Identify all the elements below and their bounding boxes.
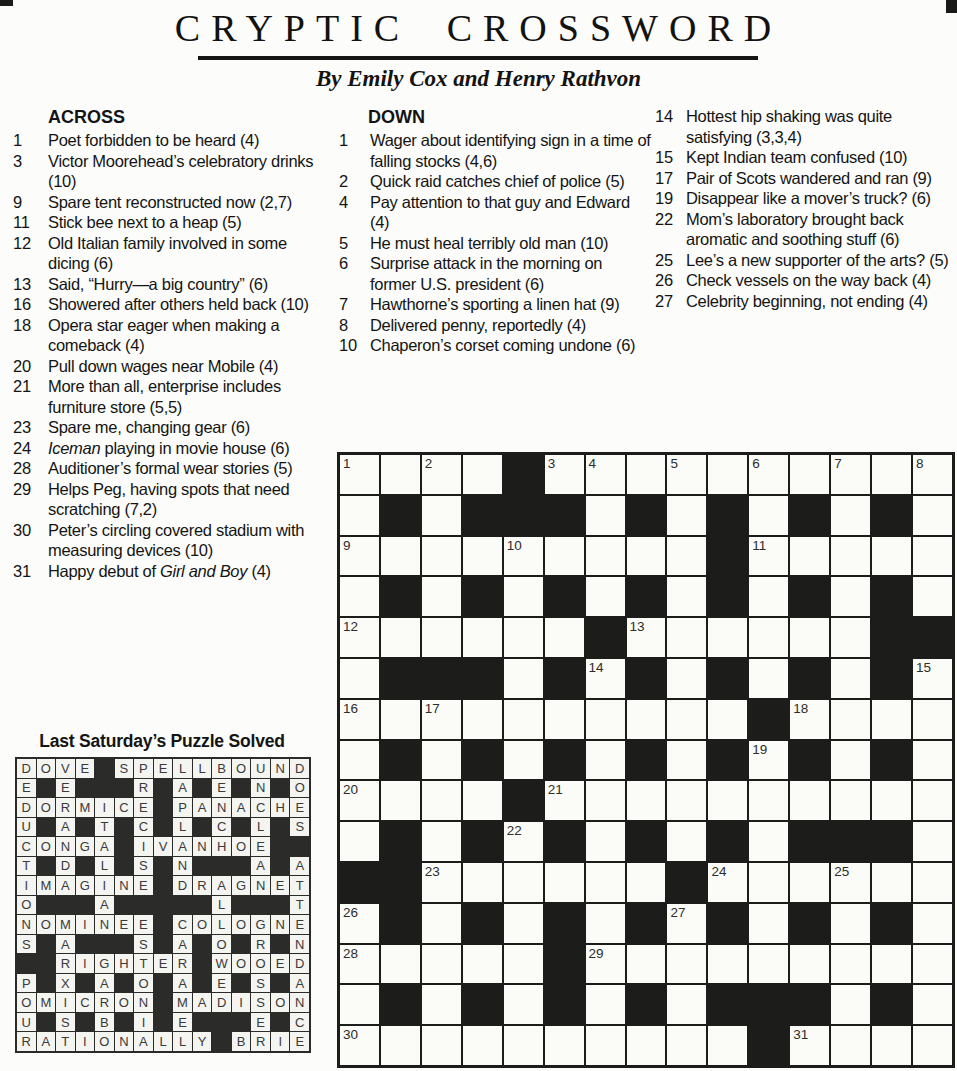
solved-block-cell <box>154 915 173 934</box>
cell-r11c6[interactable] <box>545 863 584 902</box>
cell-number-8: 8 <box>916 456 924 471</box>
solved-block-cell <box>271 857 290 876</box>
clue-text: Happy debut of Girl and Boy (4) <box>48 561 324 582</box>
solved-block-cell <box>115 837 134 856</box>
cell-r2c13[interactable] <box>831 496 870 535</box>
clue-text: Showered after others held back (10) <box>48 294 324 315</box>
solved-letter-cell: W <box>212 954 231 973</box>
clue-16: 16Showered after others held back (10) <box>8 294 324 315</box>
solved-block-cell <box>37 857 56 876</box>
solved-letter-cell: I <box>232 993 251 1012</box>
cell-r9c6[interactable]: 21 <box>545 781 584 820</box>
solved-letter-cell: A <box>134 1032 153 1051</box>
solved-letter-cell: I <box>95 798 114 817</box>
cell-r15c2[interactable] <box>381 1026 420 1065</box>
solved-block-cell <box>95 935 114 954</box>
solved-letter-cell: E <box>56 779 75 798</box>
solved-block-cell <box>271 779 290 798</box>
cell-r15c9[interactable] <box>667 1026 706 1065</box>
cell-r13c3[interactable] <box>422 945 461 984</box>
clue-number: 2 <box>335 171 370 192</box>
solved-block-cell <box>95 759 114 778</box>
block-cell <box>545 904 584 943</box>
clue-4: 4Pay attention to that guy and Edward (4… <box>335 192 651 233</box>
cell-r15c8[interactable] <box>627 1026 666 1065</box>
cell-r15c12[interactable]: 31 <box>790 1026 829 1065</box>
cell-r14c5[interactable] <box>504 985 543 1024</box>
cell-r3c1[interactable]: 9 <box>340 537 379 576</box>
cell-r2c15[interactable] <box>913 496 952 535</box>
clue-1: 1Poet forbidden to be heard (4) <box>8 130 324 151</box>
cell-r1c1[interactable]: 1 <box>340 455 379 494</box>
block-cell <box>708 985 747 1024</box>
block-cell <box>708 822 747 861</box>
cell-r6c1[interactable] <box>340 659 379 698</box>
clue-9: 9Spare tent reconstructed now (2,7) <box>8 192 324 213</box>
solved-block-cell <box>193 1013 212 1032</box>
solved-letter-cell: E <box>290 798 309 817</box>
cell-r4c9[interactable] <box>667 577 706 616</box>
cell-r5c12[interactable] <box>790 618 829 657</box>
clue-text: He must heal terribly old man (10) <box>370 233 651 254</box>
solved-letter-cell: O <box>37 837 56 856</box>
block-cell <box>463 741 502 780</box>
clue-text: Delivered penny, reportedly (4) <box>370 315 651 336</box>
cell-r9c14[interactable] <box>872 781 911 820</box>
cell-r7c7[interactable] <box>586 700 625 739</box>
solved-block-cell <box>154 798 173 817</box>
solved-letter-cell: N <box>17 915 36 934</box>
cell-r11c12[interactable] <box>790 863 829 902</box>
cell-number-23: 23 <box>425 864 440 879</box>
cell-r12c7[interactable] <box>586 904 625 943</box>
solved-letter-cell: O <box>251 954 270 973</box>
solved-block-cell <box>115 857 134 876</box>
cell-r13c5[interactable] <box>504 945 543 984</box>
solved-block-cell <box>212 1013 231 1032</box>
cell-r13c2[interactable] <box>381 945 420 984</box>
cell-r11c8[interactable] <box>627 863 666 902</box>
clue-text: Helps Peg, having spots that need scratc… <box>48 479 324 520</box>
solved-letter-cell: S <box>134 935 153 954</box>
cell-r3c3[interactable] <box>422 537 461 576</box>
cell-r3c12[interactable] <box>790 537 829 576</box>
cell-r1c12[interactable] <box>790 455 829 494</box>
cell-r15c1[interactable]: 30 <box>340 1026 379 1065</box>
cell-r2c7[interactable] <box>586 496 625 535</box>
cell-r11c7[interactable] <box>586 863 625 902</box>
cell-r4c7[interactable] <box>586 577 625 616</box>
solved-letter-cell: E <box>251 1013 270 1032</box>
cell-r14c7[interactable] <box>586 985 625 1024</box>
cell-r1c15[interactable]: 8 <box>913 455 952 494</box>
block-cell <box>545 985 584 1024</box>
cell-r2c1[interactable] <box>340 496 379 535</box>
across-clues-column: ACROSS 1Poet forbidden to be heard (4)3V… <box>8 106 324 581</box>
clue-number: 3 <box>8 151 48 192</box>
cell-r9c4[interactable] <box>463 781 502 820</box>
block-cell <box>463 496 502 535</box>
clue-text: Hottest hip shaking was quite satisfying… <box>686 106 955 147</box>
block-cell <box>504 781 543 820</box>
down-clues-column-1: DOWN 1Wager about identifying sign in a … <box>335 106 651 356</box>
cell-number-6: 6 <box>752 456 760 471</box>
solved-letter-cell: D <box>212 993 231 1012</box>
clue-5: 5He must heal terribly old man (10) <box>335 233 651 254</box>
block-cell <box>708 741 747 780</box>
solved-letter-cell: A <box>212 876 231 895</box>
solved-letter-cell: M <box>37 876 56 895</box>
cell-r14c1[interactable] <box>340 985 379 1024</box>
cell-r12c1[interactable]: 26 <box>340 904 379 943</box>
cell-r13c8[interactable] <box>627 945 666 984</box>
solved-letter-cell: A <box>95 974 114 993</box>
cell-r14c15[interactable] <box>913 985 952 1024</box>
cell-r10c3[interactable] <box>422 822 461 861</box>
cell-r15c7[interactable] <box>586 1026 625 1065</box>
cell-r4c15[interactable] <box>913 577 952 616</box>
solved-block-cell <box>37 818 56 837</box>
solved-letter-cell: N <box>56 837 75 856</box>
cell-r14c9[interactable] <box>667 985 706 1024</box>
solved-letter-cell: L <box>173 1032 192 1051</box>
solved-letter-cell: S <box>251 974 270 993</box>
solved-letter-cell: C <box>76 993 95 1012</box>
cell-r4c5[interactable] <box>504 577 543 616</box>
solved-block-cell <box>76 974 95 993</box>
solved-block-cell <box>193 896 212 915</box>
solved-letter-cell: V <box>56 759 75 778</box>
cell-r8c1[interactable] <box>340 741 379 780</box>
block-cell <box>708 577 747 616</box>
clue-number: 31 <box>8 561 48 582</box>
cell-r7c1[interactable]: 16 <box>340 700 379 739</box>
cell-number-12: 12 <box>343 619 358 634</box>
cell-r13c12[interactable] <box>790 945 829 984</box>
cell-r9c12[interactable] <box>790 781 829 820</box>
cell-r3c9[interactable] <box>667 537 706 576</box>
cell-r11c11[interactable] <box>749 863 788 902</box>
cell-r2c11[interactable] <box>749 496 788 535</box>
cell-r7c9[interactable] <box>667 700 706 739</box>
solved-letter-cell: I <box>271 1032 290 1051</box>
cell-r8c9[interactable] <box>667 741 706 780</box>
block-cell <box>749 985 788 1024</box>
cell-r15c13[interactable] <box>831 1026 870 1065</box>
cell-r3c6[interactable] <box>545 537 584 576</box>
clue-31: 31Happy debut of Girl and Boy (4) <box>8 561 324 582</box>
cell-r6c9[interactable] <box>667 659 706 698</box>
cell-r3c15[interactable] <box>913 537 952 576</box>
cell-r15c10[interactable] <box>708 1026 747 1065</box>
solved-letter-cell: G <box>251 915 270 934</box>
cell-r9c7[interactable] <box>586 781 625 820</box>
cell-r6c5[interactable] <box>504 659 543 698</box>
clue-text: Poet forbidden to be heard (4) <box>48 130 324 151</box>
cell-r5c5[interactable] <box>504 618 543 657</box>
solved-block-cell <box>56 896 75 915</box>
cell-r9c9[interactable] <box>667 781 706 820</box>
solved-letter-cell: T <box>134 954 153 973</box>
cell-r1c3[interactable]: 2 <box>422 455 461 494</box>
cell-r8c3[interactable] <box>422 741 461 780</box>
block-cell <box>790 822 829 861</box>
cell-r5c8[interactable]: 13 <box>627 618 666 657</box>
cell-r12c11[interactable] <box>749 904 788 943</box>
cell-r13c15[interactable] <box>913 945 952 984</box>
cell-r10c11[interactable] <box>749 822 788 861</box>
cell-r5c4[interactable] <box>463 618 502 657</box>
cell-r6c7[interactable]: 14 <box>586 659 625 698</box>
solved-letter-cell: E <box>134 876 153 895</box>
cell-r4c1[interactable] <box>340 577 379 616</box>
block-cell <box>627 904 666 943</box>
cell-r3c2[interactable] <box>381 537 420 576</box>
cell-r11c4[interactable] <box>463 863 502 902</box>
cell-r9c8[interactable] <box>627 781 666 820</box>
cell-r5c10[interactable] <box>708 618 747 657</box>
cell-r11c15[interactable] <box>913 863 952 902</box>
cell-r6c13[interactable] <box>831 659 870 698</box>
solved-block-cell <box>193 818 212 837</box>
clue-7: 7Hawthorne’s sporting a linen hat (9) <box>335 294 651 315</box>
across-heading: ACROSS <box>48 106 324 128</box>
clue-number: 19 <box>653 188 686 209</box>
cell-r1c10[interactable] <box>708 455 747 494</box>
block-cell <box>872 659 911 698</box>
cell-number-15: 15 <box>916 660 931 675</box>
cell-r9c3[interactable] <box>422 781 461 820</box>
cell-r13c9[interactable] <box>667 945 706 984</box>
cell-r3c8[interactable] <box>627 537 666 576</box>
block-cell <box>545 822 584 861</box>
clue-text: Quick raid catches chief of police (5) <box>370 171 651 192</box>
cell-r10c15[interactable] <box>913 822 952 861</box>
solved-letter-cell: N <box>115 1032 134 1051</box>
cell-r13c10[interactable] <box>708 945 747 984</box>
cell-r7c2[interactable] <box>381 700 420 739</box>
solved-block-cell <box>271 837 290 856</box>
solved-block-cell <box>115 896 134 915</box>
clue-number: 30 <box>8 520 48 561</box>
cell-r7c5[interactable] <box>504 700 543 739</box>
cell-r6c11[interactable] <box>749 659 788 698</box>
cell-r11c5[interactable] <box>504 863 543 902</box>
cell-r3c4[interactable] <box>463 537 502 576</box>
solved-letter-cell: N <box>193 837 212 856</box>
solved-letter-cell: D <box>17 798 36 817</box>
block-cell <box>340 863 379 902</box>
solved-letter-cell: B <box>212 759 231 778</box>
cell-r15c14[interactable] <box>872 1026 911 1065</box>
cell-r1c8[interactable] <box>627 455 666 494</box>
cell-r7c14[interactable] <box>872 700 911 739</box>
cell-r11c13[interactable]: 25 <box>831 863 870 902</box>
cell-r1c13[interactable]: 7 <box>831 455 870 494</box>
cell-r12c5[interactable] <box>504 904 543 943</box>
cell-r5c13[interactable] <box>831 618 870 657</box>
cell-r12c9[interactable]: 27 <box>667 904 706 943</box>
cell-r8c15[interactable] <box>913 741 952 780</box>
cell-r10c5[interactable]: 22 <box>504 822 543 861</box>
crossword-grid[interactable]: 1234567891011121314151617181920212223242… <box>337 452 955 1068</box>
cell-r13c11[interactable] <box>749 945 788 984</box>
cell-r2c3[interactable] <box>422 496 461 535</box>
cell-r9c15[interactable] <box>913 781 952 820</box>
solved-letter-cell: C <box>115 798 134 817</box>
cell-r3c7[interactable] <box>586 537 625 576</box>
cell-r13c7[interactable]: 29 <box>586 945 625 984</box>
clue-text: Stick bee next to a heap (5) <box>48 212 324 233</box>
solved-letter-cell: A <box>173 974 192 993</box>
clue-text: Chaperon’s corset coming undone (6) <box>370 335 651 356</box>
cell-r5c9[interactable] <box>667 618 706 657</box>
solved-block-cell <box>115 818 134 837</box>
cell-r6c15[interactable]: 15 <box>913 659 952 698</box>
block-cell <box>627 496 666 535</box>
cell-r9c13[interactable] <box>831 781 870 820</box>
cell-r5c2[interactable] <box>381 618 420 657</box>
solved-letter-cell: E <box>134 798 153 817</box>
block-cell <box>545 945 584 984</box>
solved-letter-cell: E <box>134 915 153 934</box>
block-cell <box>913 618 952 657</box>
solved-letter-cell: I <box>76 954 95 973</box>
solved-letter-cell: H <box>115 954 134 973</box>
cell-r3c14[interactable] <box>872 537 911 576</box>
cell-r5c1[interactable]: 12 <box>340 618 379 657</box>
solved-letter-cell: N <box>271 915 290 934</box>
cell-r8c11[interactable]: 19 <box>749 741 788 780</box>
solved-letter-cell: G <box>95 954 114 973</box>
solved-letter-cell: N <box>115 876 134 895</box>
cell-r13c13[interactable] <box>831 945 870 984</box>
cell-r7c4[interactable] <box>463 700 502 739</box>
solved-letter-cell: O <box>37 759 56 778</box>
cell-r7c15[interactable] <box>913 700 952 739</box>
block-cell <box>831 822 870 861</box>
block-cell <box>627 659 666 698</box>
cell-r5c3[interactable] <box>422 618 461 657</box>
cell-r9c10[interactable] <box>708 781 747 820</box>
block-cell <box>872 496 911 535</box>
cell-r13c14[interactable] <box>872 945 911 984</box>
cell-number-5: 5 <box>670 456 678 471</box>
cell-r14c3[interactable] <box>422 985 461 1024</box>
cell-r13c1[interactable]: 28 <box>340 945 379 984</box>
solved-letter-cell: I <box>76 915 95 934</box>
cell-number-13: 13 <box>630 619 645 634</box>
solved-block-cell <box>271 935 290 954</box>
solved-letter-cell: E <box>271 876 290 895</box>
cell-r1c6[interactable]: 3 <box>545 455 584 494</box>
cell-r8c5[interactable] <box>504 741 543 780</box>
solved-block-cell <box>154 935 173 954</box>
cell-r3c5[interactable]: 10 <box>504 537 543 576</box>
cell-r15c15[interactable] <box>913 1026 952 1065</box>
cell-r15c5[interactable] <box>504 1026 543 1065</box>
solved-block-cell <box>154 974 173 993</box>
cell-r4c3[interactable] <box>422 577 461 616</box>
solved-letter-cell: O <box>95 1032 114 1051</box>
cell-r10c7[interactable] <box>586 822 625 861</box>
solved-letter-cell: T <box>17 857 36 876</box>
solved-letter-cell: N <box>290 935 309 954</box>
clue-17: 17Pair of Scots wandered and ran (9) <box>653 168 955 189</box>
cell-r15c3[interactable] <box>422 1026 461 1065</box>
cell-r12c13[interactable] <box>831 904 870 943</box>
cell-r8c13[interactable] <box>831 741 870 780</box>
cell-r4c13[interactable] <box>831 577 870 616</box>
cell-r1c7[interactable]: 4 <box>586 455 625 494</box>
page: CRYPTIC CROSSWORD By Emily Cox and Henry… <box>0 0 957 1071</box>
solved-letter-cell: U <box>17 1013 36 1032</box>
block-cell <box>463 822 502 861</box>
clue-11: 11Stick bee next to a heap (5) <box>8 212 324 233</box>
cell-r1c4[interactable] <box>463 455 502 494</box>
block-cell <box>545 741 584 780</box>
solved-letter-cell: E <box>212 974 231 993</box>
cell-r11c3[interactable]: 23 <box>422 863 461 902</box>
cell-r4c11[interactable] <box>749 577 788 616</box>
solved-letter-cell: A <box>56 935 75 954</box>
clue-number: 5 <box>335 233 370 254</box>
cell-r13c4[interactable] <box>463 945 502 984</box>
solved-block-cell <box>212 857 231 876</box>
cell-number-27: 27 <box>670 905 685 920</box>
cell-r7c12[interactable]: 18 <box>790 700 829 739</box>
cell-r7c13[interactable] <box>831 700 870 739</box>
cell-r1c14[interactable] <box>872 455 911 494</box>
block-cell <box>504 496 543 535</box>
cell-r3c11[interactable]: 11 <box>749 537 788 576</box>
cell-r1c11[interactable]: 6 <box>749 455 788 494</box>
cell-r15c4[interactable] <box>463 1026 502 1065</box>
cell-r5c6[interactable] <box>545 618 584 657</box>
cell-r12c15[interactable] <box>913 904 952 943</box>
cell-r7c10[interactable] <box>708 700 747 739</box>
solved-letter-cell: T <box>290 896 309 915</box>
cell-r10c9[interactable] <box>667 822 706 861</box>
cell-r7c8[interactable] <box>627 700 666 739</box>
cell-r15c6[interactable] <box>545 1026 584 1065</box>
cell-r10c1[interactable] <box>340 822 379 861</box>
solved-letter-cell: P <box>17 974 36 993</box>
clue-2: 2Quick raid catches chief of police (5) <box>335 171 651 192</box>
solved-letter-cell: E <box>173 1013 192 1032</box>
cell-r2c9[interactable] <box>667 496 706 535</box>
cell-r7c3[interactable]: 17 <box>422 700 461 739</box>
cell-r9c1[interactable]: 20 <box>340 781 379 820</box>
cell-r14c13[interactable] <box>831 985 870 1024</box>
cell-r5c11[interactable] <box>749 618 788 657</box>
cell-r9c2[interactable] <box>381 781 420 820</box>
cell-r12c3[interactable] <box>422 904 461 943</box>
solved-letter-cell: A <box>251 857 270 876</box>
cell-r8c7[interactable] <box>586 741 625 780</box>
cell-r1c9[interactable]: 5 <box>667 455 706 494</box>
solved-letter-cell: U <box>251 759 270 778</box>
cell-r1c2[interactable] <box>381 455 420 494</box>
solved-letter-cell: M <box>76 798 95 817</box>
cell-number-30: 30 <box>343 1027 358 1042</box>
cell-r3c13[interactable] <box>831 537 870 576</box>
cell-r7c6[interactable] <box>545 700 584 739</box>
cell-r11c14[interactable] <box>872 863 911 902</box>
solved-letter-cell: S <box>251 993 270 1012</box>
cell-r9c11[interactable] <box>749 781 788 820</box>
cell-r11c10[interactable]: 24 <box>708 863 747 902</box>
